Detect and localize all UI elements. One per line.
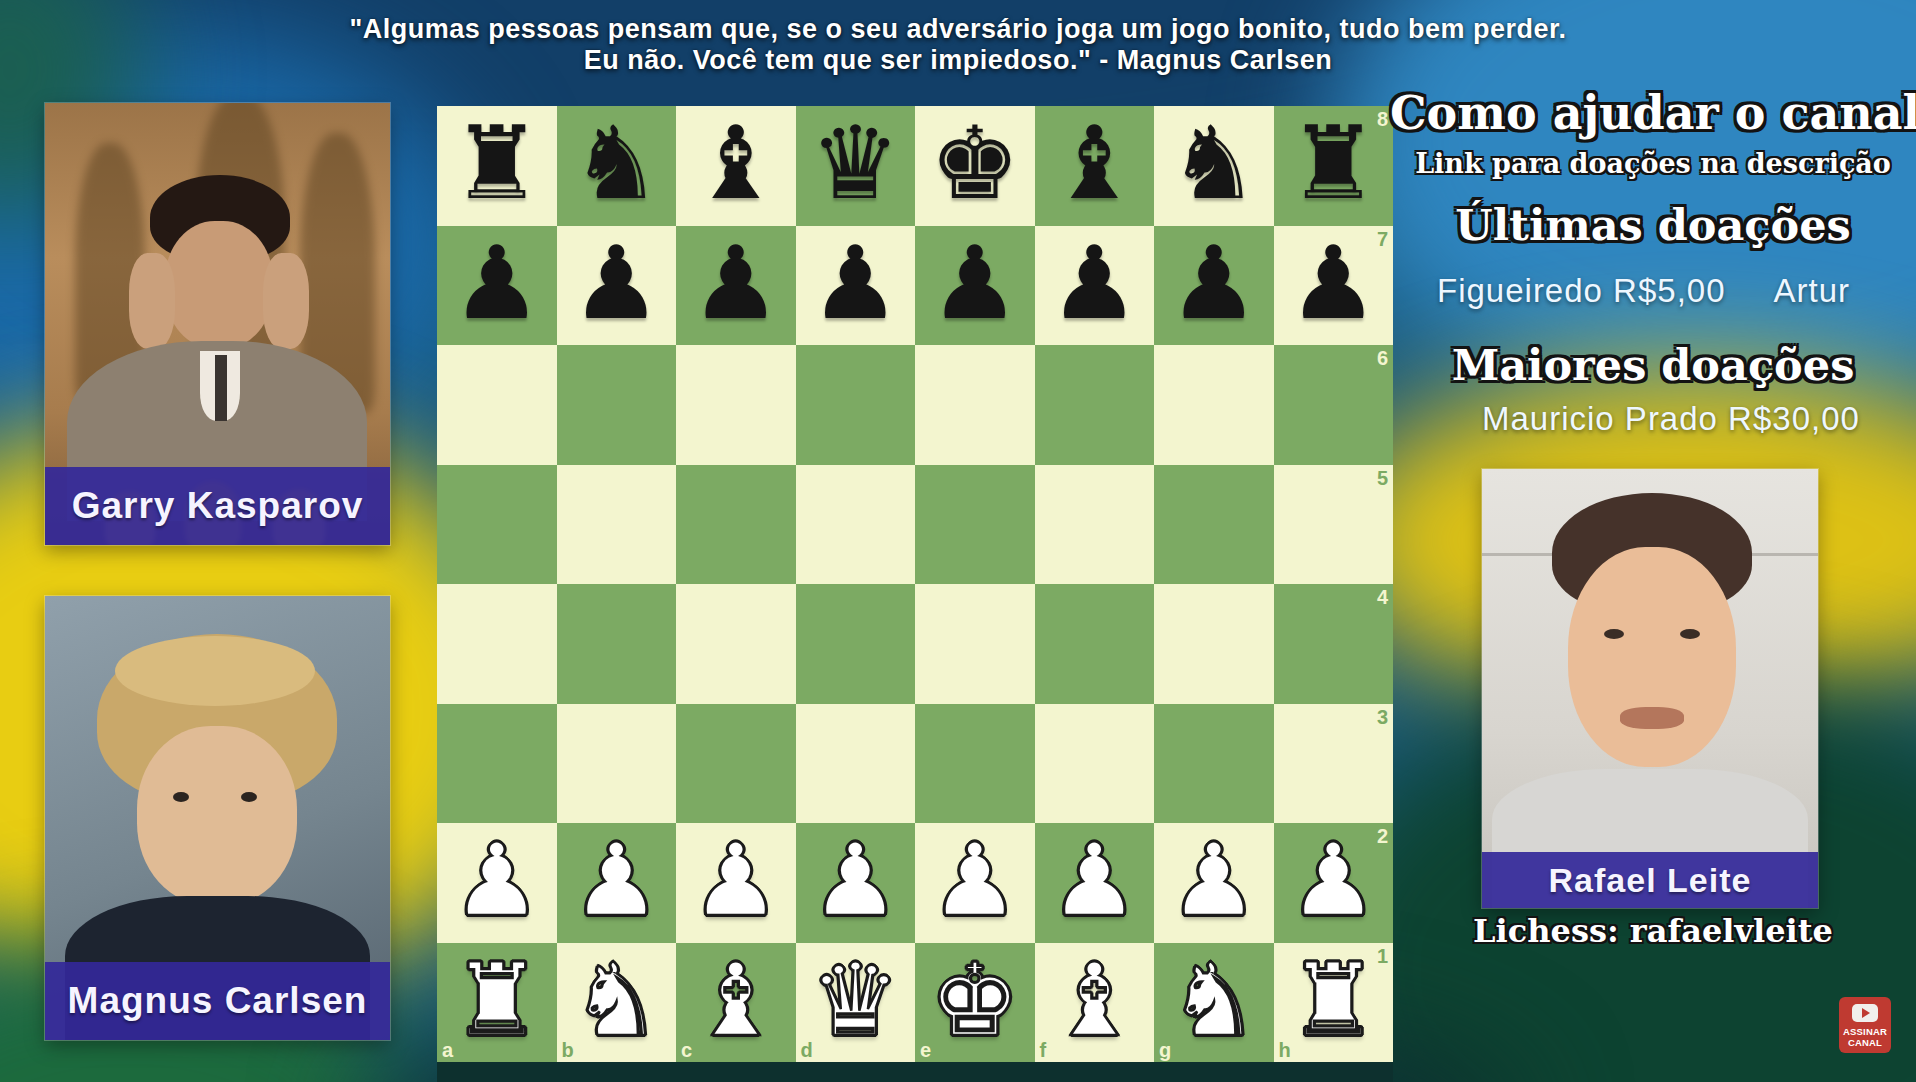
rank-label-6: 6 — [1377, 348, 1388, 368]
square-c1[interactable]: c♝ — [676, 943, 796, 1063]
square-a6[interactable] — [437, 345, 557, 465]
piece-white-rook[interactable]: ♜ — [451, 950, 542, 1051]
kasparov-face — [165, 221, 273, 349]
host-face — [1568, 547, 1736, 767]
host-name-banner: Rafael Leite — [1482, 852, 1818, 908]
kasparov-photo: Garry Kasparov — [45, 103, 390, 545]
square-c5[interactable] — [676, 465, 796, 585]
piece-black-pawn[interactable]: ♟ — [1288, 233, 1379, 334]
square-f6[interactable] — [1035, 345, 1155, 465]
square-e1[interactable]: e♚ — [915, 943, 1035, 1063]
subscribe-label-line1: ASSINAR — [1843, 1026, 1887, 1037]
square-b4[interactable] — [557, 584, 677, 704]
square-h3[interactable]: 3 — [1274, 704, 1394, 824]
piece-black-pawn[interactable]: ♟ — [571, 233, 662, 334]
square-g1[interactable]: g♞ — [1154, 943, 1274, 1063]
file-label-f: f — [1040, 1040, 1047, 1060]
piece-black-rook[interactable]: ♜ — [451, 113, 542, 214]
host-mouth — [1620, 707, 1684, 729]
square-a1[interactable]: a♜ — [437, 943, 557, 1063]
carlsen-photo: Magnus Carlsen — [45, 596, 390, 1040]
piece-white-pawn[interactable]: ♟ — [810, 830, 901, 931]
piece-black-knight[interactable]: ♞ — [1168, 113, 1259, 214]
piece-white-pawn[interactable]: ♟ — [1288, 830, 1379, 931]
square-c7[interactable]: ♟ — [676, 226, 796, 346]
kasparov-name-label: Garry Kasparov — [72, 485, 364, 527]
donation-entry: Figueiredo R$5,00 — [1437, 272, 1726, 309]
square-g6[interactable] — [1154, 345, 1274, 465]
square-c3[interactable] — [676, 704, 796, 824]
rank-label-3: 3 — [1377, 707, 1388, 727]
piece-black-pawn[interactable]: ♟ — [810, 233, 901, 334]
piece-white-pawn[interactable]: ♟ — [1168, 830, 1259, 931]
square-g4[interactable] — [1154, 584, 1274, 704]
square-d4[interactable] — [796, 584, 916, 704]
square-f2[interactable]: ♟ — [1035, 823, 1155, 943]
square-d1[interactable]: d♛ — [796, 943, 916, 1063]
square-g3[interactable] — [1154, 704, 1274, 824]
rank-label-7: 7 — [1377, 229, 1388, 249]
piece-black-bishop[interactable]: ♝ — [1049, 113, 1140, 214]
kasparov-hand — [129, 253, 175, 349]
square-h5[interactable]: 5 — [1274, 465, 1394, 585]
piece-black-knight[interactable]: ♞ — [571, 113, 662, 214]
carlsen-eye — [173, 792, 189, 802]
square-d7[interactable]: ♟ — [796, 226, 916, 346]
square-f7[interactable]: ♟ — [1035, 226, 1155, 346]
piece-black-pawn[interactable]: ♟ — [451, 233, 542, 334]
piece-black-king[interactable]: ♚ — [929, 113, 1020, 214]
piece-black-rook[interactable]: ♜ — [1288, 113, 1379, 214]
piece-black-pawn[interactable]: ♟ — [1168, 233, 1259, 334]
board-shadow — [437, 1062, 1393, 1082]
top-donations-line: Mauricio Prado R$30,00 — [1482, 400, 1860, 438]
piece-white-knight[interactable]: ♞ — [1168, 950, 1259, 1051]
square-b8[interactable]: ♞ — [557, 106, 677, 226]
host-lichess-handle: Lichess: rafaelvleite — [1390, 912, 1916, 950]
piece-white-king[interactable]: ♚ — [929, 950, 1020, 1051]
carlsen-name-label: Magnus Carlsen — [68, 980, 368, 1022]
square-d5[interactable] — [796, 465, 916, 585]
kasparov-hand — [263, 253, 309, 349]
square-e5[interactable] — [915, 465, 1035, 585]
square-a4[interactable] — [437, 584, 557, 704]
square-a8[interactable]: ♜ — [437, 106, 557, 226]
square-h4[interactable]: 4 — [1274, 584, 1394, 704]
square-b3[interactable] — [557, 704, 677, 824]
rank-label-2: 2 — [1377, 826, 1388, 846]
rank-label-4: 4 — [1377, 587, 1388, 607]
help-subtitle: Link para doações na descrição — [1390, 148, 1916, 179]
quote-line-2: Eu não. Você tem que ser impiedoso." - M… — [0, 45, 1916, 76]
square-c4[interactable] — [676, 584, 796, 704]
play-triangle-icon — [1862, 1008, 1870, 1018]
square-f1[interactable]: f♝ — [1035, 943, 1155, 1063]
donation-entry: Artur — [1774, 272, 1851, 309]
square-f5[interactable] — [1035, 465, 1155, 585]
piece-white-pawn[interactable]: ♟ — [690, 830, 781, 931]
piece-white-pawn[interactable]: ♟ — [451, 830, 542, 931]
square-g8[interactable]: ♞ — [1154, 106, 1274, 226]
square-b7[interactable]: ♟ — [557, 226, 677, 346]
host-name-label: Rafael Leite — [1549, 861, 1752, 900]
rank-label-5: 5 — [1377, 468, 1388, 488]
square-g5[interactable] — [1154, 465, 1274, 585]
square-h7[interactable]: 7♟ — [1274, 226, 1394, 346]
piece-white-pawn[interactable]: ♟ — [571, 830, 662, 931]
piece-black-queen[interactable]: ♛ — [810, 113, 901, 214]
piece-black-pawn[interactable]: ♟ — [929, 233, 1020, 334]
square-h8[interactable]: 8♜ — [1274, 106, 1394, 226]
square-d2[interactable]: ♟ — [796, 823, 916, 943]
host-eye — [1604, 629, 1624, 639]
piece-black-pawn[interactable]: ♟ — [690, 233, 781, 334]
square-f3[interactable] — [1035, 704, 1155, 824]
piece-white-knight[interactable]: ♞ — [571, 950, 662, 1051]
rank-label-8: 8 — [1377, 109, 1388, 129]
carlsen-face — [137, 726, 297, 906]
square-b2[interactable]: ♟ — [557, 823, 677, 943]
square-c8[interactable]: ♝ — [676, 106, 796, 226]
square-g7[interactable]: ♟ — [1154, 226, 1274, 346]
square-a2[interactable]: ♟ — [437, 823, 557, 943]
piece-black-bishop[interactable]: ♝ — [690, 113, 781, 214]
latest-donations-line: Figueiredo R$5,00Artur — [1437, 272, 1850, 310]
carlsen-hair-highlight — [115, 636, 315, 706]
square-d6[interactable] — [796, 345, 916, 465]
square-e3[interactable] — [915, 704, 1035, 824]
piece-white-pawn[interactable]: ♟ — [929, 830, 1020, 931]
square-b5[interactable] — [557, 465, 677, 585]
carlsen-eye — [241, 792, 257, 802]
piece-black-pawn[interactable]: ♟ — [1049, 233, 1140, 334]
host-eye — [1680, 629, 1700, 639]
top-donations-heading: Maiores doações — [1390, 340, 1916, 390]
square-a5[interactable] — [437, 465, 557, 585]
square-d3[interactable] — [796, 704, 916, 824]
square-f4[interactable] — [1035, 584, 1155, 704]
quote-line-1: "Algumas pessoas pensam que, se o seu ad… — [0, 14, 1916, 45]
square-h6[interactable]: 6 — [1274, 345, 1394, 465]
square-h1[interactable]: 1h♜ — [1274, 943, 1394, 1063]
youtube-play-icon — [1852, 1004, 1878, 1022]
piece-white-rook[interactable]: ♜ — [1288, 950, 1379, 1051]
square-e8[interactable]: ♚ — [915, 106, 1035, 226]
square-c6[interactable] — [676, 345, 796, 465]
latest-donations-heading: Últimas doações — [1390, 200, 1916, 250]
square-b6[interactable] — [557, 345, 677, 465]
square-e6[interactable] — [915, 345, 1035, 465]
chess-board: ♜♞♝♛♚♝♞8♜♟♟♟♟♟♟♟7♟6543♟♟♟♟♟♟♟2♟a♜b♞c♝d♛e… — [437, 106, 1393, 1062]
piece-white-bishop[interactable]: ♝ — [690, 950, 781, 1051]
carlsen-name-banner: Magnus Carlsen — [45, 962, 390, 1040]
square-a7[interactable]: ♟ — [437, 226, 557, 346]
piece-white-bishop[interactable]: ♝ — [1049, 950, 1140, 1051]
piece-white-queen[interactable]: ♛ — [810, 950, 901, 1051]
square-g2[interactable]: ♟ — [1154, 823, 1274, 943]
square-a3[interactable] — [437, 704, 557, 824]
host-webcam-photo: Rafael Leite — [1482, 469, 1818, 908]
subscribe-label: ASSINAR CANAL — [1843, 1026, 1887, 1048]
piece-white-pawn[interactable]: ♟ — [1049, 830, 1140, 931]
square-b1[interactable]: b♞ — [557, 943, 677, 1063]
square-h2[interactable]: 2♟ — [1274, 823, 1394, 943]
rank-label-1: 1 — [1377, 946, 1388, 966]
quote-block: "Algumas pessoas pensam que, se o seu ad… — [0, 14, 1916, 76]
subscribe-label-line2: CANAL — [1843, 1037, 1887, 1048]
square-d8[interactable]: ♛ — [796, 106, 916, 226]
square-e7[interactable]: ♟ — [915, 226, 1035, 346]
square-e4[interactable] — [915, 584, 1035, 704]
square-f8[interactable]: ♝ — [1035, 106, 1155, 226]
kasparov-tie — [215, 355, 227, 421]
subscribe-button[interactable]: ASSINAR CANAL — [1839, 997, 1891, 1053]
kasparov-name-banner: Garry Kasparov — [45, 467, 390, 545]
help-title: Como ajudar o canal — [1390, 86, 1916, 140]
square-c2[interactable]: ♟ — [676, 823, 796, 943]
square-e2[interactable]: ♟ — [915, 823, 1035, 943]
